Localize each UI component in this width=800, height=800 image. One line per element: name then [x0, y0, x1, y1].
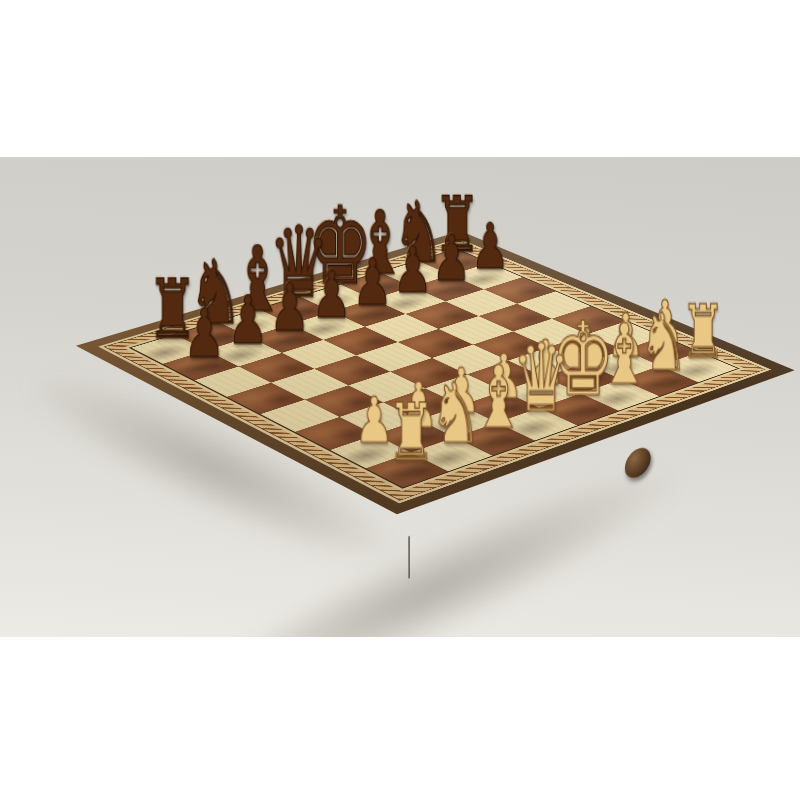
drawer-seam	[408, 535, 410, 579]
chess-chest: ♜♞♝♛♚♝♞♜♟♟♟♟♟♟♟♟♟♟♟♟♟♟♟♟♜♞♝♛♚♝♞♜	[76, 231, 795, 514]
scene-3d: ♜♞♝♛♚♝♞♜♟♟♟♟♟♟♟♟♟♟♟♟♟♟♟♟♜♞♝♛♚♝♞♜	[0, 0, 800, 800]
piece-glyph: ♟	[143, 300, 264, 367]
product-photo: ♜♞♝♛♚♝♞♜♟♟♟♟♟♟♟♟♟♟♟♟♟♟♟♟♜♞♝♛♚♝♞♜	[0, 0, 800, 800]
drawer-knob[interactable]	[624, 444, 651, 482]
piece-glyph: ♜	[346, 393, 476, 472]
